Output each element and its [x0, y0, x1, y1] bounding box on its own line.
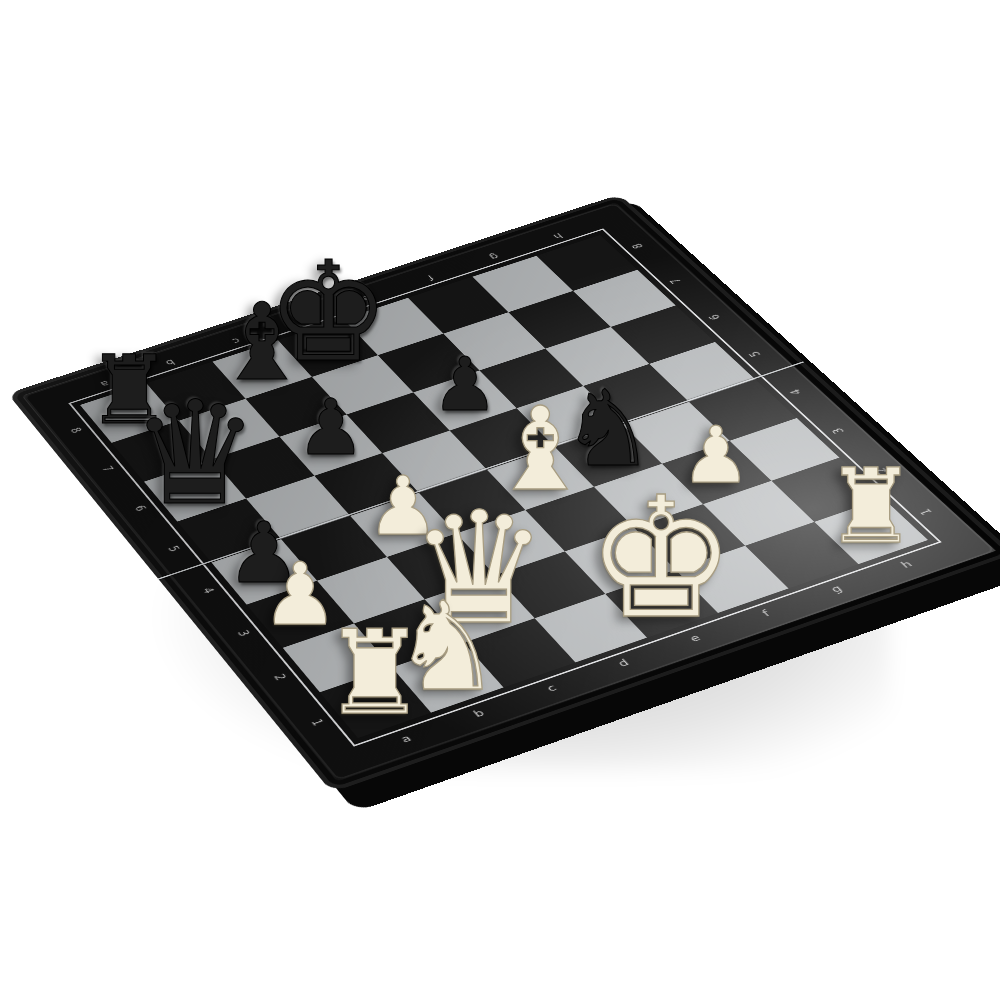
- white-rook-h1[interactable]: ♜: [825, 455, 917, 558]
- black-pawn-c6[interactable]: ♟: [296, 389, 365, 466]
- white-rook-a1[interactable]: ♜: [323, 615, 427, 731]
- white-king-e1[interactable]: ♚: [586, 475, 736, 642]
- pieces-layer: ♚♝♟♜♟♞♟♝♛♟♜♟♚♛♟♞♜: [0, 0, 1000, 1000]
- chess-set-photo: abcdefgh abcdefgh 87654321 87654321 ♚♝♟♜…: [0, 0, 1000, 1000]
